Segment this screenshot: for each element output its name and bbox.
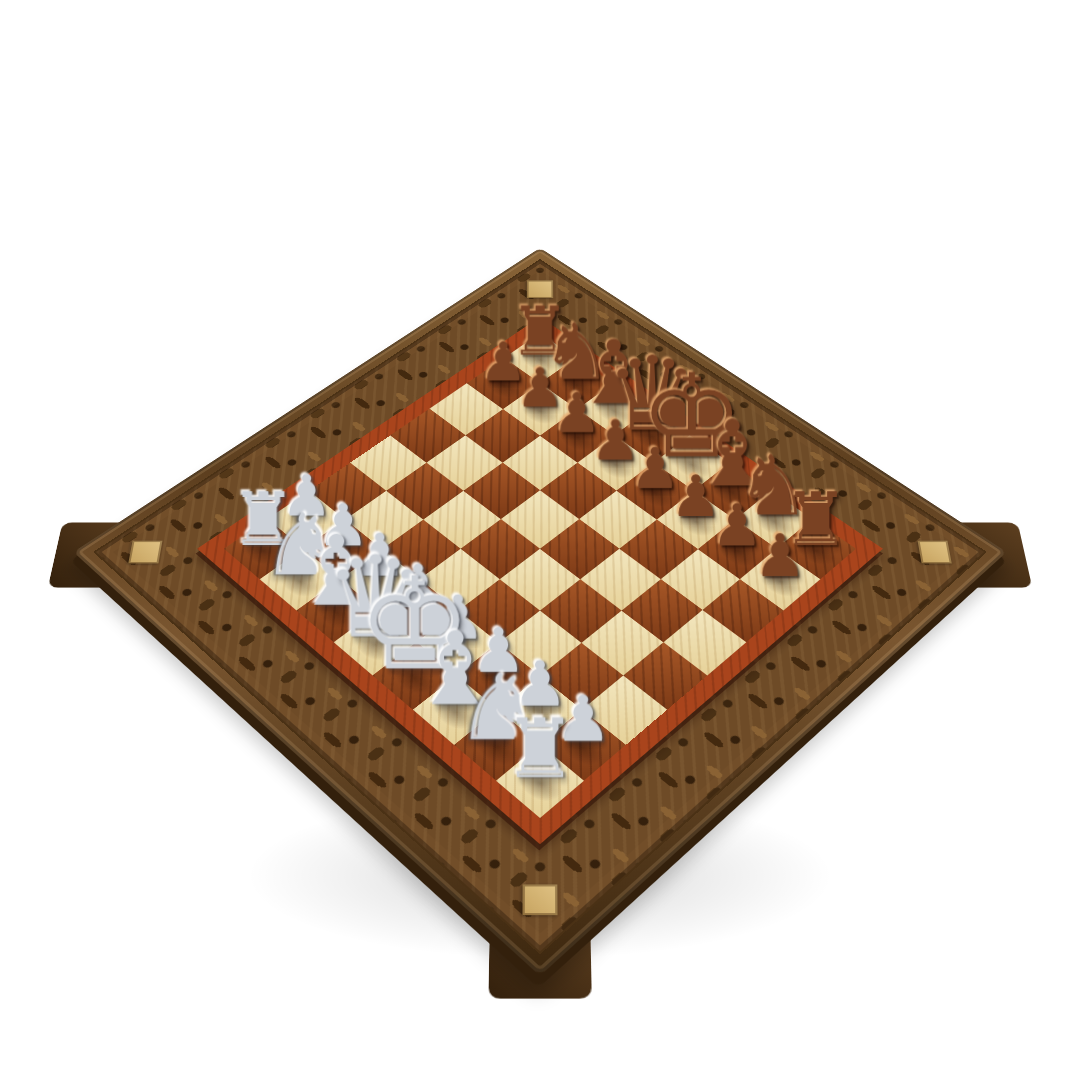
board-molding: ♜♞♝♛♚♝♞♜♟♟♟♟♟♟♟♟♟♟♟♟♟♟♟♟♜♞♝♛♚♝♞♜ — [73, 248, 1006, 976]
piece-black-pawn-h7[interactable]: ♟ — [754, 526, 807, 585]
corner-inlay — [918, 541, 952, 564]
black-pawn-glyph: ♟ — [754, 526, 807, 585]
piece-white-rook-h1[interactable]: ♜ — [503, 707, 577, 789]
corner-inlay — [522, 884, 557, 915]
chess-board: ♜♞♝♛♚♝♞♜♟♟♟♟♟♟♟♟♟♟♟♟♟♟♟♟♜♞♝♛♚♝♞♜ — [73, 248, 1006, 976]
white-rook-glyph: ♜ — [503, 707, 577, 789]
corner-inlay — [128, 541, 162, 564]
board-platform: ♜♞♝♛♚♝♞♜♟♟♟♟♟♟♟♟♟♟♟♟♟♟♟♟♜♞♝♛♚♝♞♜ — [197, 317, 883, 844]
carved-frame: ♜♞♝♛♚♝♞♜♟♟♟♟♟♟♟♟♟♟♟♟♟♟♟♟♜♞♝♛♚♝♞♜ — [93, 259, 987, 954]
square-h1[interactable]: ♜ — [496, 745, 584, 818]
board-grid: ♜♞♝♛♚♝♞♜♟♟♟♟♟♟♟♟♟♟♟♟♟♟♟♟♜♞♝♛♚♝♞♜ — [224, 333, 856, 818]
photo-stage: ♜♞♝♛♚♝♞♜♟♟♟♟♟♟♟♟♟♟♟♟♟♟♟♟♜♞♝♛♚♝♞♜ — [0, 0, 1080, 1080]
scene-3d: ♜♞♝♛♚♝♞♜♟♟♟♟♟♟♟♟♟♟♟♟♟♟♟♟♜♞♝♛♚♝♞♜ — [0, 0, 1080, 1080]
